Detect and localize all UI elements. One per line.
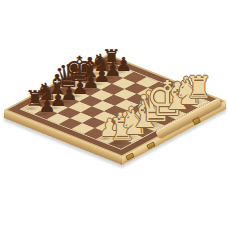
chess-set-photo: ♜♞♝♛♚♝♞♜♟♟♟♟♟♟♟♟♟♟♟♟♟♟♟♟♜♞♝♛♚♝♞♜ <box>0 0 228 228</box>
piece-white-rook: ♜ <box>185 73 212 103</box>
piece-black-pawn: ♟ <box>115 55 132 74</box>
